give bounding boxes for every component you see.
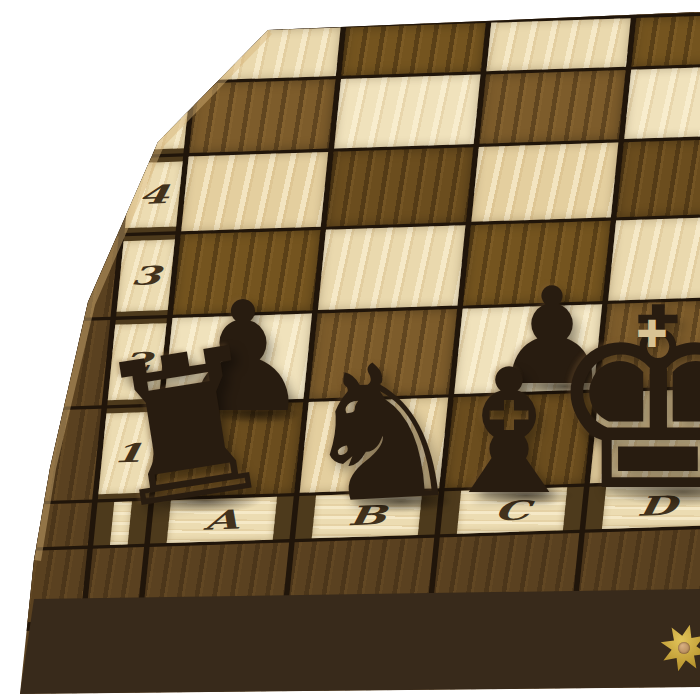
square-a6[interactable]	[196, 28, 340, 81]
square-b3[interactable]	[318, 225, 466, 310]
frame-cell	[347, 13, 487, 24]
rank-label-5: 5	[133, 89, 190, 150]
frame-cell	[36, 409, 101, 502]
square-c5[interactable]	[479, 70, 625, 144]
square-d5[interactable]	[624, 65, 700, 139]
square-a5[interactable]	[189, 79, 335, 153]
frame-cell	[71, 86, 134, 157]
coordinate-strip: 5	[132, 84, 190, 155]
frame-cell	[201, 18, 341, 29]
piece-rook-a1[interactable]: ♜	[86, 339, 285, 519]
square-b5[interactable]	[334, 75, 480, 149]
frame-cell	[78, 34, 139, 84]
frame-cell	[145, 22, 197, 30]
frame-cell	[63, 158, 126, 235]
frame-cell	[637, 4, 700, 15]
frame-cell	[55, 237, 119, 319]
piece-knight-b1[interactable]: ♞	[295, 357, 469, 511]
rank-label-3: 3	[117, 240, 175, 312]
square-b4[interactable]	[326, 147, 473, 226]
coordinate-strip: 3	[116, 235, 175, 317]
rank-label-4: 4	[125, 162, 183, 229]
frame-cell	[32, 503, 92, 548]
square-a4[interactable]	[181, 152, 328, 231]
square-c4[interactable]	[471, 143, 618, 222]
rank-label-6: 6	[140, 37, 195, 77]
square-d6[interactable]	[632, 14, 700, 67]
brass-hinge-pin-icon	[678, 642, 690, 654]
chess-box-photo: 654321ABCD ♟♟♚✚♝♞♜	[0, 0, 700, 700]
coordinate-strip: 4	[124, 157, 183, 233]
king-cross-finial: ✚	[636, 316, 667, 354]
square-b6[interactable]	[341, 23, 485, 76]
frame-cell	[492, 8, 632, 19]
square-d4[interactable]	[616, 138, 700, 217]
square-c6[interactable]	[486, 18, 630, 71]
frame-cell	[83, 24, 139, 32]
coordinate-strip: 6	[140, 32, 196, 82]
